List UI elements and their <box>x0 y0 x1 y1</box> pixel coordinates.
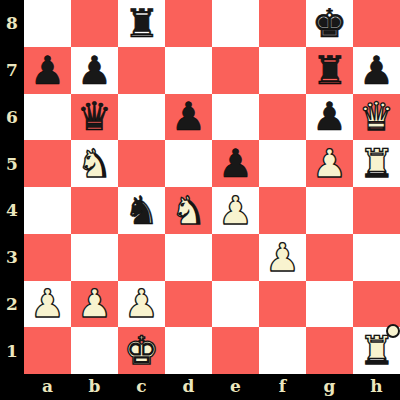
square-c8[interactable]: ♜ <box>118 0 165 47</box>
square-d5[interactable] <box>165 140 212 187</box>
square-h1[interactable]: ♜ <box>353 327 400 374</box>
square-c4[interactable]: ♞ <box>118 187 165 234</box>
square-b8[interactable] <box>71 0 118 47</box>
square-a2[interactable]: ♟ <box>24 281 71 328</box>
square-a3[interactable] <box>24 234 71 281</box>
piece-white-queen[interactable]: ♛ <box>359 97 394 136</box>
piece-black-pawn[interactable]: ♟ <box>77 51 112 90</box>
square-a8[interactable] <box>24 0 71 47</box>
square-d6[interactable]: ♟ <box>165 94 212 141</box>
square-b7[interactable]: ♟ <box>71 47 118 94</box>
piece-white-rook[interactable]: ♜ <box>359 144 394 183</box>
square-b3[interactable] <box>71 234 118 281</box>
square-g3[interactable] <box>306 234 353 281</box>
rank-labels: 87654321 <box>0 0 24 374</box>
file-label-h: h <box>353 374 400 400</box>
square-a1[interactable] <box>24 327 71 374</box>
square-f8[interactable] <box>259 0 306 47</box>
rank-label-2: 2 <box>0 281 24 328</box>
square-b6[interactable]: ♛ <box>71 94 118 141</box>
rank-label-6: 6 <box>0 94 24 141</box>
piece-black-pawn[interactable]: ♟ <box>171 97 206 136</box>
square-g2[interactable] <box>306 281 353 328</box>
square-e3[interactable] <box>212 234 259 281</box>
square-c6[interactable] <box>118 94 165 141</box>
file-label-g: g <box>306 374 353 400</box>
piece-black-rook[interactable]: ♜ <box>312 51 347 90</box>
square-g6[interactable]: ♟ <box>306 94 353 141</box>
square-h2[interactable] <box>353 281 400 328</box>
rank-label-1: 1 <box>0 327 24 374</box>
square-d1[interactable] <box>165 327 212 374</box>
square-e6[interactable] <box>212 94 259 141</box>
piece-black-pawn[interactable]: ♟ <box>30 51 65 90</box>
square-g4[interactable] <box>306 187 353 234</box>
square-d7[interactable] <box>165 47 212 94</box>
chess-board: ♜♚♟♟♜♟♛♟♟♛♞♟♟♜♞♞♟♟♟♟♟♚♜ <box>24 0 400 374</box>
file-label-b: b <box>71 374 118 400</box>
square-a7[interactable]: ♟ <box>24 47 71 94</box>
square-d4[interactable]: ♞ <box>165 187 212 234</box>
chess-board-screenshot: 87654321 ♜♚♟♟♜♟♛♟♟♛♞♟♟♜♞♞♟♟♟♟♟♚♜ abcdefg… <box>0 0 400 400</box>
square-c3[interactable] <box>118 234 165 281</box>
square-f7[interactable] <box>259 47 306 94</box>
piece-black-king[interactable]: ♚ <box>312 4 347 43</box>
square-e7[interactable] <box>212 47 259 94</box>
square-h5[interactable]: ♜ <box>353 140 400 187</box>
file-label-f: f <box>259 374 306 400</box>
file-label-d: d <box>165 374 212 400</box>
piece-black-knight[interactable]: ♞ <box>124 191 159 230</box>
square-h7[interactable]: ♟ <box>353 47 400 94</box>
rank-label-5: 5 <box>0 140 24 187</box>
piece-white-pawn[interactable]: ♟ <box>124 284 159 323</box>
square-e8[interactable] <box>212 0 259 47</box>
square-h8[interactable] <box>353 0 400 47</box>
square-a5[interactable] <box>24 140 71 187</box>
square-f2[interactable] <box>259 281 306 328</box>
square-d3[interactable] <box>165 234 212 281</box>
piece-white-knight[interactable]: ♞ <box>77 144 112 183</box>
square-g8[interactable]: ♚ <box>306 0 353 47</box>
piece-white-rook[interactable]: ♜ <box>359 331 394 370</box>
square-c7[interactable] <box>118 47 165 94</box>
square-c1[interactable]: ♚ <box>118 327 165 374</box>
file-label-a: a <box>24 374 71 400</box>
square-b4[interactable] <box>71 187 118 234</box>
piece-black-pawn[interactable]: ♟ <box>312 97 347 136</box>
square-a6[interactable] <box>24 94 71 141</box>
piece-white-pawn[interactable]: ♟ <box>30 284 65 323</box>
piece-white-pawn[interactable]: ♟ <box>265 238 300 277</box>
rank-label-3: 3 <box>0 234 24 281</box>
square-h3[interactable] <box>353 234 400 281</box>
square-b1[interactable] <box>71 327 118 374</box>
square-f6[interactable] <box>259 94 306 141</box>
square-e5[interactable]: ♟ <box>212 140 259 187</box>
square-h4[interactable] <box>353 187 400 234</box>
square-f5[interactable] <box>259 140 306 187</box>
file-label-e: e <box>212 374 259 400</box>
square-f3[interactable]: ♟ <box>259 234 306 281</box>
piece-white-pawn[interactable]: ♟ <box>77 284 112 323</box>
piece-black-pawn[interactable]: ♟ <box>359 51 394 90</box>
square-g5[interactable]: ♟ <box>306 140 353 187</box>
square-h6[interactable]: ♛ <box>353 94 400 141</box>
square-d2[interactable] <box>165 281 212 328</box>
piece-white-knight[interactable]: ♞ <box>171 191 206 230</box>
piece-white-king[interactable]: ♚ <box>124 331 159 370</box>
square-e1[interactable] <box>212 327 259 374</box>
rank-label-7: 7 <box>0 47 24 94</box>
file-labels: abcdefgh <box>24 374 400 400</box>
square-g1[interactable] <box>306 327 353 374</box>
square-e4[interactable]: ♟ <box>212 187 259 234</box>
square-e2[interactable] <box>212 281 259 328</box>
square-d8[interactable] <box>165 0 212 47</box>
piece-black-queen[interactable]: ♛ <box>77 97 112 136</box>
piece-white-pawn[interactable]: ♟ <box>218 191 253 230</box>
file-label-c: c <box>118 374 165 400</box>
square-c5[interactable] <box>118 140 165 187</box>
piece-black-rook[interactable]: ♜ <box>124 4 159 43</box>
square-f4[interactable] <box>259 187 306 234</box>
square-c2[interactable]: ♟ <box>118 281 165 328</box>
square-f1[interactable] <box>259 327 306 374</box>
piece-black-pawn[interactable]: ♟ <box>218 144 253 183</box>
square-g7[interactable]: ♜ <box>306 47 353 94</box>
square-a4[interactable] <box>24 187 71 234</box>
rank-label-8: 8 <box>0 0 24 47</box>
piece-white-pawn[interactable]: ♟ <box>312 144 347 183</box>
rank-label-4: 4 <box>0 187 24 234</box>
square-b2[interactable]: ♟ <box>71 281 118 328</box>
square-b5[interactable]: ♞ <box>71 140 118 187</box>
